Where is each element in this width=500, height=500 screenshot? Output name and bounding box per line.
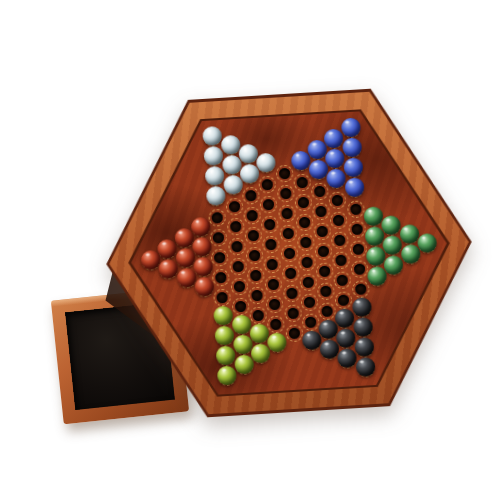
board-hole xyxy=(286,287,298,299)
board-hole xyxy=(355,283,367,295)
board-hole xyxy=(299,216,311,228)
board-hole xyxy=(303,296,315,308)
hexagonal-board xyxy=(97,83,482,423)
board-hole xyxy=(302,276,314,288)
board-hole xyxy=(315,205,327,217)
marble-blue[interactable] xyxy=(342,137,362,157)
board-hole xyxy=(265,238,277,250)
board-hole xyxy=(280,187,292,199)
board-hole xyxy=(246,209,258,221)
board-hole xyxy=(281,207,293,219)
board-hole xyxy=(351,223,363,235)
marble-yellow-green[interactable] xyxy=(249,323,269,343)
board-hole xyxy=(305,316,317,328)
board-hole xyxy=(288,327,300,339)
marble-black[interactable] xyxy=(352,297,372,317)
marble-black[interactable] xyxy=(354,337,374,357)
marble-blue[interactable] xyxy=(325,148,345,168)
marble-black[interactable] xyxy=(353,317,373,337)
board-hole xyxy=(287,307,299,319)
board-hole xyxy=(264,218,276,230)
board-hole xyxy=(283,247,295,259)
marble-yellow-green[interactable] xyxy=(231,314,251,334)
board-hole xyxy=(320,285,332,297)
marble-blue[interactable] xyxy=(341,117,361,137)
board-hole xyxy=(232,260,244,272)
board-hole xyxy=(251,289,263,301)
board-hole xyxy=(252,309,264,321)
marble-red[interactable] xyxy=(157,238,177,258)
board-hole xyxy=(318,245,330,257)
board-hole xyxy=(282,227,294,239)
marble-clear-white[interactable] xyxy=(238,143,258,163)
board-hole xyxy=(250,269,262,281)
board-hole xyxy=(233,280,245,292)
board-hole xyxy=(316,225,328,237)
marble-red[interactable] xyxy=(159,258,179,278)
board-hole xyxy=(352,243,364,255)
board-hole xyxy=(296,176,308,188)
marble-green[interactable] xyxy=(417,232,437,252)
board-hole xyxy=(230,220,242,232)
board-hole xyxy=(263,198,275,210)
marble-black[interactable] xyxy=(302,330,322,350)
marble-green[interactable] xyxy=(400,244,420,264)
marble-blue[interactable] xyxy=(326,168,346,188)
marble-clear-white[interactable] xyxy=(222,154,242,174)
board-hole xyxy=(284,267,296,279)
board-hole xyxy=(350,203,362,215)
board-hole xyxy=(353,263,365,275)
marble-yellow-green[interactable] xyxy=(234,354,254,374)
marble-black[interactable] xyxy=(335,308,355,328)
board-hole xyxy=(245,189,257,201)
board-hole xyxy=(297,196,309,208)
marble-red[interactable] xyxy=(175,247,195,267)
chinese-checkers-product-photo xyxy=(0,0,500,500)
board-hole xyxy=(249,249,261,261)
marble-yellow-green[interactable] xyxy=(233,334,253,354)
marble-red[interactable] xyxy=(174,227,194,247)
marble-clear-white[interactable] xyxy=(223,174,243,194)
marble-black[interactable] xyxy=(355,356,375,376)
board-hole xyxy=(300,236,312,248)
board-hole xyxy=(314,185,326,197)
board-hole xyxy=(262,178,274,190)
marble-yellow-green[interactable] xyxy=(250,343,270,363)
marble-clear-white[interactable] xyxy=(239,163,259,183)
marble-blue[interactable] xyxy=(291,150,311,170)
board-hole xyxy=(278,167,290,179)
star-hole-grid xyxy=(97,83,482,423)
marble-red[interactable] xyxy=(176,267,196,287)
board-hole xyxy=(270,318,282,330)
board-hole xyxy=(319,265,331,277)
marble-blue[interactable] xyxy=(343,157,363,177)
marble-green[interactable] xyxy=(399,224,419,244)
board-hole xyxy=(301,256,313,268)
board-hole xyxy=(247,229,259,241)
marble-blue[interactable] xyxy=(344,177,364,197)
board-hole xyxy=(321,305,333,317)
marble-black[interactable] xyxy=(336,328,356,348)
board-hole xyxy=(228,200,240,212)
marble-clear-white[interactable] xyxy=(220,134,240,154)
board-hole xyxy=(231,240,243,252)
board-hole xyxy=(234,300,246,312)
